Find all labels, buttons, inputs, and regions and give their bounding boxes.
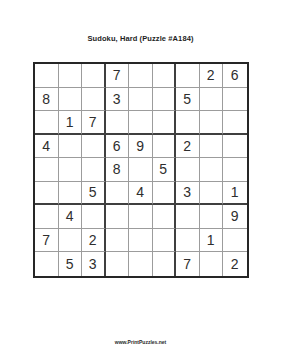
cell-r7c5[interactable]: [129, 205, 153, 229]
cell-r5c3[interactable]: [82, 158, 106, 182]
cell-r2c9[interactable]: [223, 88, 247, 112]
cell-r2c1[interactable]: 8: [35, 88, 59, 112]
cell-r5c5[interactable]: [129, 158, 153, 182]
cell-r6c8[interactable]: [200, 182, 224, 206]
cell-r4c6[interactable]: [153, 135, 177, 159]
cell-r1c3[interactable]: [82, 64, 106, 88]
cell-r9c4[interactable]: [106, 252, 130, 276]
cell-r8c9[interactable]: [223, 229, 247, 253]
cell-r3c9[interactable]: [223, 111, 247, 135]
cell-r7c4[interactable]: [106, 205, 130, 229]
cell-r3c5[interactable]: [129, 111, 153, 135]
cell-r4c9[interactable]: [223, 135, 247, 159]
cell-r9c3[interactable]: 3: [82, 252, 106, 276]
footer-url: www.PrintPuzzles.net: [0, 339, 281, 345]
cell-r5c2[interactable]: [59, 158, 83, 182]
cell-r2c2[interactable]: [59, 88, 83, 112]
cell-r3c3[interactable]: 7: [82, 111, 106, 135]
cell-r1c6[interactable]: [153, 64, 177, 88]
cell-r7c3[interactable]: [82, 205, 106, 229]
cell-r1c2[interactable]: [59, 64, 83, 88]
cell-r5c9[interactable]: [223, 158, 247, 182]
cell-r8c1[interactable]: 7: [35, 229, 59, 253]
cell-r4c2[interactable]: [59, 135, 83, 159]
cell-r9c8[interactable]: [200, 252, 224, 276]
cell-r8c4[interactable]: [106, 229, 130, 253]
cell-r2c8[interactable]: [200, 88, 224, 112]
cell-r6c5[interactable]: 4: [129, 182, 153, 206]
cell-r5c7[interactable]: [176, 158, 200, 182]
cell-r1c5[interactable]: [129, 64, 153, 88]
cell-r9c6[interactable]: [153, 252, 177, 276]
cell-r5c6[interactable]: 5: [153, 158, 177, 182]
cell-r3c1[interactable]: [35, 111, 59, 135]
cell-r8c8[interactable]: 1: [200, 229, 224, 253]
cell-r1c4[interactable]: 7: [106, 64, 130, 88]
cell-r2c7[interactable]: 5: [176, 88, 200, 112]
cell-r6c1[interactable]: [35, 182, 59, 206]
puzzle-title: Sudoku, Hard (Puzzle #A184): [0, 34, 281, 43]
cell-r3c8[interactable]: [200, 111, 224, 135]
cell-r4c3[interactable]: [82, 135, 106, 159]
cell-r1c7[interactable]: [176, 64, 200, 88]
cell-r3c2[interactable]: 1: [59, 111, 83, 135]
cell-r1c9[interactable]: 6: [223, 64, 247, 88]
cell-r9c9[interactable]: 2: [223, 252, 247, 276]
cell-r4c8[interactable]: [200, 135, 224, 159]
cell-r2c4[interactable]: 3: [106, 88, 130, 112]
cell-r8c2[interactable]: [59, 229, 83, 253]
cell-r7c1[interactable]: [35, 205, 59, 229]
cell-r7c9[interactable]: 9: [223, 205, 247, 229]
cell-r9c7[interactable]: 7: [176, 252, 200, 276]
cell-r6c2[interactable]: [59, 182, 83, 206]
sudoku-board: 726835174692855431497215372: [33, 62, 249, 278]
cell-r8c3[interactable]: 2: [82, 229, 106, 253]
cell-r1c1[interactable]: [35, 64, 59, 88]
cell-r3c4[interactable]: [106, 111, 130, 135]
cell-r3c7[interactable]: [176, 111, 200, 135]
cell-r2c6[interactable]: [153, 88, 177, 112]
cell-r5c1[interactable]: [35, 158, 59, 182]
cell-r8c6[interactable]: [153, 229, 177, 253]
cell-r8c5[interactable]: [129, 229, 153, 253]
puzzle-page: Sudoku, Hard (Puzzle #A184) 726835174692…: [0, 0, 281, 363]
cell-r7c2[interactable]: 4: [59, 205, 83, 229]
cell-r4c1[interactable]: 4: [35, 135, 59, 159]
cell-r6c4[interactable]: [106, 182, 130, 206]
cell-r7c7[interactable]: [176, 205, 200, 229]
cell-r9c2[interactable]: 5: [59, 252, 83, 276]
cell-r6c6[interactable]: [153, 182, 177, 206]
cell-r6c9[interactable]: 1: [223, 182, 247, 206]
cell-r4c4[interactable]: 6: [106, 135, 130, 159]
cell-r9c1[interactable]: [35, 252, 59, 276]
cell-r2c5[interactable]: [129, 88, 153, 112]
cell-r4c5[interactable]: 9: [129, 135, 153, 159]
cell-r6c7[interactable]: 3: [176, 182, 200, 206]
cell-r2c3[interactable]: [82, 88, 106, 112]
cell-r5c8[interactable]: [200, 158, 224, 182]
cell-r8c7[interactable]: [176, 229, 200, 253]
cell-r5c4[interactable]: 8: [106, 158, 130, 182]
cell-r6c3[interactable]: 5: [82, 182, 106, 206]
cell-r3c6[interactable]: [153, 111, 177, 135]
cell-r7c8[interactable]: [200, 205, 224, 229]
cell-r7c6[interactable]: [153, 205, 177, 229]
cell-r4c7[interactable]: 2: [176, 135, 200, 159]
cell-r1c8[interactable]: 2: [200, 64, 224, 88]
cell-r9c5[interactable]: [129, 252, 153, 276]
